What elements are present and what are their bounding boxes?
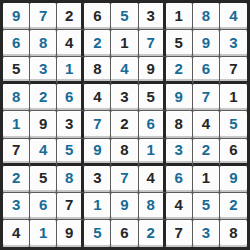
sudoku-cell[interactable]: 1 [3,111,30,138]
sudoku-cell[interactable]: 1 [57,57,84,84]
sudoku-cell[interactable]: 6 [30,193,57,220]
sudoku-cell[interactable]: 6 [220,139,247,166]
sudoku-cell[interactable]: 2 [84,30,111,57]
sudoku-cell[interactable]: 3 [220,30,247,57]
sudoku-cell[interactable]: 8 [57,166,84,193]
sudoku-cell[interactable]: 9 [84,139,111,166]
sudoku-cell[interactable]: 6 [139,111,166,138]
sudoku-cell[interactable]: 5 [139,84,166,111]
sudoku-cell[interactable]: 2 [30,84,57,111]
sudoku-cell[interactable]: 4 [84,84,111,111]
sudoku-cell[interactable]: 4 [30,139,57,166]
sudoku-cell[interactable]: 6 [57,84,84,111]
sudoku-cell[interactable]: 7 [193,84,220,111]
sudoku-cell[interactable]: 5 [84,220,111,247]
sudoku-cell[interactable]: 9 [111,193,138,220]
sudoku-cell[interactable]: 1 [220,84,247,111]
sudoku-cell[interactable]: 4 [57,30,84,57]
sudoku-cell[interactable]: 8 [30,30,57,57]
sudoku-cell[interactable]: 8 [220,220,247,247]
sudoku-cell[interactable]: 3 [166,139,193,166]
sudoku-cell[interactable]: 9 [57,220,84,247]
sudoku-cell[interactable]: 4 [220,3,247,30]
sudoku-cell[interactable]: 6 [193,57,220,84]
sudoku-cell[interactable]: 2 [193,139,220,166]
sudoku-cell[interactable]: 7 [166,220,193,247]
sudoku-cell[interactable]: 3 [30,57,57,84]
sudoku-cell[interactable]: 6 [3,30,30,57]
sudoku-cell[interactable]: 9 [139,57,166,84]
sudoku-cell[interactable]: 9 [220,166,247,193]
sudoku-cell[interactable]: 3 [57,111,84,138]
sudoku-cell[interactable]: 8 [193,3,220,30]
sudoku-cell[interactable]: 5 [57,139,84,166]
sudoku-cell[interactable]: 7 [111,166,138,193]
sudoku-cell[interactable]: 4 [166,193,193,220]
sudoku-cell[interactable]: 1 [30,220,57,247]
sudoku-cell[interactable]: 4 [193,111,220,138]
sudoku-cell[interactable]: 3 [3,193,30,220]
sudoku-cell[interactable]: 3 [193,220,220,247]
sudoku-cell[interactable]: 7 [139,30,166,57]
sudoku-cell[interactable]: 1 [166,3,193,30]
sudoku-cell[interactable]: 4 [111,57,138,84]
sudoku-cell[interactable]: 9 [193,30,220,57]
sudoku-cell[interactable]: 5 [166,30,193,57]
sudoku-cell[interactable]: 6 [166,166,193,193]
sudoku-cell[interactable]: 1 [111,30,138,57]
sudoku-cell[interactable]: 3 [139,3,166,30]
sudoku-cell[interactable]: 5 [111,3,138,30]
sudoku-cell[interactable]: 4 [3,220,30,247]
sudoku-cell[interactable]: 4 [139,166,166,193]
sudoku-cell[interactable]: 2 [166,57,193,84]
sudoku-cell[interactable]: 1 [139,139,166,166]
sudoku-cell[interactable]: 5 [30,166,57,193]
sudoku-cell[interactable]: 6 [84,3,111,30]
sudoku-app: 9726531846842175935318492678264359711937… [0,0,250,250]
sudoku-cell[interactable]: 9 [30,111,57,138]
sudoku-cell[interactable]: 3 [111,84,138,111]
sudoku-cell[interactable]: 2 [220,193,247,220]
sudoku-cell[interactable]: 2 [139,220,166,247]
sudoku-cell[interactable]: 3 [84,166,111,193]
sudoku-cell[interactable]: 7 [3,139,30,166]
sudoku-cell[interactable]: 8 [3,84,30,111]
sudoku-cell[interactable]: 6 [111,220,138,247]
sudoku-cell[interactable]: 7 [220,57,247,84]
sudoku-board: 9726531846842175935318492678264359711937… [0,0,250,250]
sudoku-cell[interactable]: 2 [57,3,84,30]
sudoku-cell[interactable]: 5 [220,111,247,138]
sudoku-cell[interactable]: 1 [193,166,220,193]
sudoku-cell[interactable]: 5 [3,57,30,84]
sudoku-cell[interactable]: 8 [84,57,111,84]
sudoku-cell[interactable]: 8 [139,193,166,220]
sudoku-cell[interactable]: 9 [3,3,30,30]
sudoku-cell[interactable]: 7 [84,111,111,138]
sudoku-cell[interactable]: 2 [111,111,138,138]
sudoku-cell[interactable]: 8 [111,139,138,166]
sudoku-cell[interactable]: 8 [166,111,193,138]
sudoku-cell[interactable]: 5 [193,193,220,220]
sudoku-cell[interactable]: 7 [57,193,84,220]
sudoku-cell[interactable]: 1 [84,193,111,220]
sudoku-cell[interactable]: 2 [3,166,30,193]
sudoku-cell[interactable]: 7 [30,3,57,30]
sudoku-cell[interactable]: 9 [166,84,193,111]
